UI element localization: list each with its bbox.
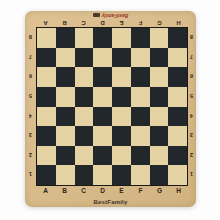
- rank-label-left-1: 1: [25, 164, 36, 184]
- square-b1[interactable]: [56, 165, 75, 185]
- square-e3[interactable]: [112, 126, 131, 146]
- bottom-brand-text: BestFamily: [25, 198, 196, 206]
- rank-label-right-6: 6: [186, 66, 197, 86]
- rank-label-left-7: 7: [25, 47, 36, 67]
- rank-label-right-8: 8: [186, 27, 197, 47]
- chess-mat: BestFamily ABCDEFGH 87654321 87654321 AB…: [25, 11, 196, 207]
- square-h5[interactable]: [168, 87, 187, 107]
- square-h2[interactable]: [168, 146, 187, 166]
- square-a1[interactable]: [37, 165, 56, 185]
- square-f6[interactable]: [131, 67, 150, 87]
- square-c1[interactable]: [75, 165, 94, 185]
- file-label-top-a: A: [36, 18, 55, 27]
- square-a4[interactable]: [37, 107, 56, 127]
- square-e6[interactable]: [112, 67, 131, 87]
- file-label-top-g: G: [150, 18, 169, 27]
- file-label-top-d: D: [93, 18, 112, 27]
- square-a8[interactable]: [37, 28, 56, 48]
- square-h6[interactable]: [168, 67, 187, 87]
- square-h1[interactable]: [168, 165, 187, 185]
- file-label-bottom-h: H: [169, 186, 188, 195]
- rank-label-left-4: 4: [25, 106, 36, 126]
- square-e5[interactable]: [112, 87, 131, 107]
- rank-label-right-5: 5: [186, 86, 197, 106]
- square-h7[interactable]: [168, 48, 187, 68]
- rank-label-left-8: 8: [25, 27, 36, 47]
- square-c5[interactable]: [75, 87, 94, 107]
- rank-label-right-1: 1: [186, 164, 197, 184]
- square-d8[interactable]: [93, 28, 112, 48]
- square-c8[interactable]: [75, 28, 94, 48]
- file-label-bottom-c: C: [74, 186, 93, 195]
- square-d2[interactable]: [93, 146, 112, 166]
- square-g8[interactable]: [150, 28, 169, 48]
- rank-label-right-2: 2: [186, 145, 197, 165]
- square-e7[interactable]: [112, 48, 131, 68]
- square-d4[interactable]: [93, 107, 112, 127]
- square-g5[interactable]: [150, 87, 169, 107]
- rank-label-right-3: 3: [186, 125, 197, 145]
- square-d7[interactable]: [93, 48, 112, 68]
- square-c2[interactable]: [75, 146, 94, 166]
- square-d3[interactable]: [93, 126, 112, 146]
- square-e8[interactable]: [112, 28, 131, 48]
- square-e2[interactable]: [112, 146, 131, 166]
- square-a6[interactable]: [37, 67, 56, 87]
- rank-label-left-2: 2: [25, 145, 36, 165]
- rank-label-left-5: 5: [25, 86, 36, 106]
- rank-label-right-4: 4: [186, 106, 197, 126]
- square-f4[interactable]: [131, 107, 150, 127]
- square-f7[interactable]: [131, 48, 150, 68]
- chess-board-grid: [36, 27, 188, 186]
- file-label-bottom-f: F: [131, 186, 150, 195]
- rank-labels-left: 87654321: [25, 27, 36, 184]
- square-c3[interactable]: [75, 126, 94, 146]
- square-g4[interactable]: [150, 107, 169, 127]
- file-label-top-b: B: [55, 18, 74, 27]
- square-h3[interactable]: [168, 126, 187, 146]
- square-f3[interactable]: [131, 126, 150, 146]
- square-c7[interactable]: [75, 48, 94, 68]
- file-label-bottom-b: B: [55, 186, 74, 195]
- square-f2[interactable]: [131, 146, 150, 166]
- square-g2[interactable]: [150, 146, 169, 166]
- square-f5[interactable]: [131, 87, 150, 107]
- file-label-bottom-g: G: [150, 186, 169, 195]
- file-label-top-e: E: [112, 18, 131, 27]
- file-label-bottom-a: A: [36, 186, 55, 195]
- file-label-bottom-d: D: [93, 186, 112, 195]
- square-a3[interactable]: [37, 126, 56, 146]
- top-logo-mark: [93, 14, 100, 18]
- square-a5[interactable]: [37, 87, 56, 107]
- square-c6[interactable]: [75, 67, 94, 87]
- square-b6[interactable]: [56, 67, 75, 87]
- square-f1[interactable]: [131, 165, 150, 185]
- square-b7[interactable]: [56, 48, 75, 68]
- square-g3[interactable]: [150, 126, 169, 146]
- file-label-top-f: F: [131, 18, 150, 27]
- file-label-top-c: C: [74, 18, 93, 27]
- square-b4[interactable]: [56, 107, 75, 127]
- square-b2[interactable]: [56, 146, 75, 166]
- square-b8[interactable]: [56, 28, 75, 48]
- square-d6[interactable]: [93, 67, 112, 87]
- square-g6[interactable]: [150, 67, 169, 87]
- rank-label-left-6: 6: [25, 66, 36, 86]
- square-a2[interactable]: [37, 146, 56, 166]
- rank-labels-right: 87654321: [186, 27, 197, 184]
- file-label-bottom-e: E: [112, 186, 131, 195]
- square-h8[interactable]: [168, 28, 187, 48]
- file-labels-top: ABCDEFGH: [36, 18, 188, 27]
- square-e4[interactable]: [112, 107, 131, 127]
- rank-label-right-7: 7: [186, 47, 197, 67]
- square-b5[interactable]: [56, 87, 75, 107]
- square-g7[interactable]: [150, 48, 169, 68]
- square-d1[interactable]: [93, 165, 112, 185]
- file-labels-bottom: ABCDEFGH: [36, 186, 188, 195]
- square-b3[interactable]: [56, 126, 75, 146]
- square-c4[interactable]: [75, 107, 94, 127]
- square-g1[interactable]: [150, 165, 169, 185]
- square-a7[interactable]: [37, 48, 56, 68]
- square-e1[interactable]: [112, 165, 131, 185]
- photo-background: BestFamily ABCDEFGH 87654321 87654321 AB…: [0, 0, 220, 220]
- square-h4[interactable]: [168, 107, 187, 127]
- square-f8[interactable]: [131, 28, 150, 48]
- file-label-top-h: H: [169, 18, 188, 27]
- square-d5[interactable]: [93, 87, 112, 107]
- rank-label-left-3: 3: [25, 125, 36, 145]
